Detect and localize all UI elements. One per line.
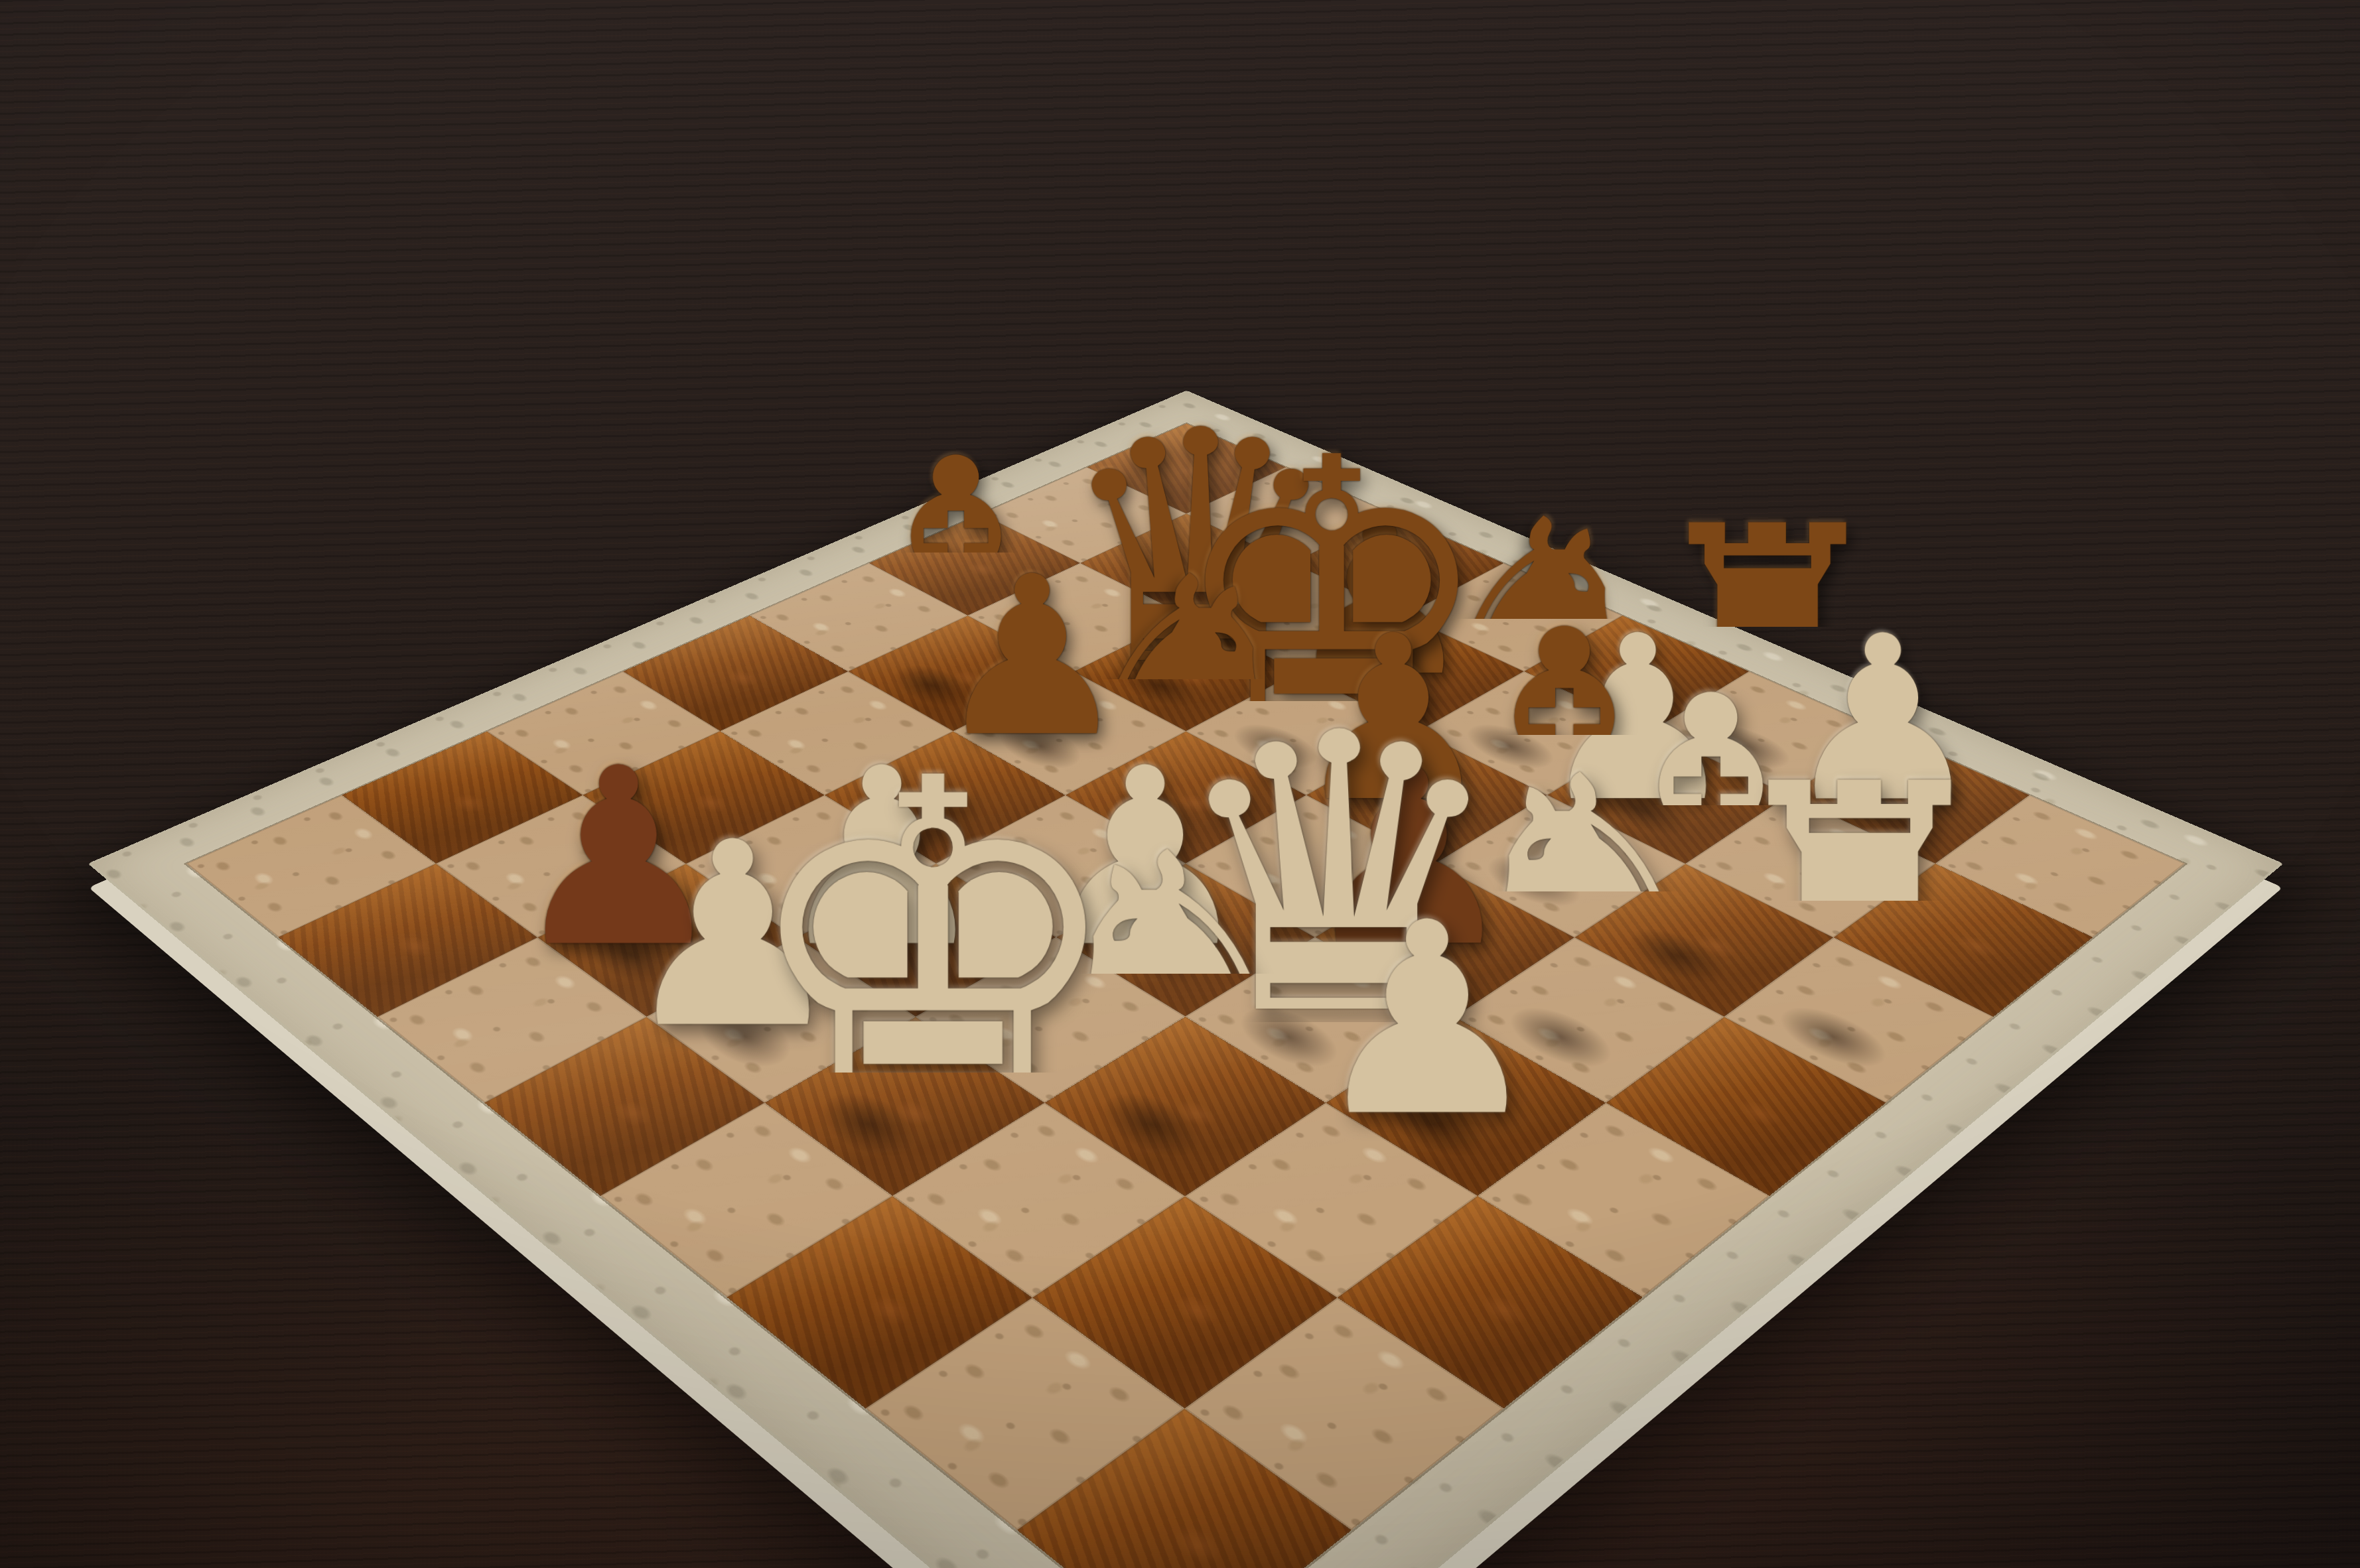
square-h6: ♜ — [1724, 937, 1994, 1102]
piece-glyph: ♜ — [1714, 755, 2005, 1053]
light-rook: ♜ — [1714, 755, 1908, 1053]
light-knight: ♞ — [1023, 822, 1225, 1142]
piece-glyph: ♟ — [1308, 898, 1546, 1142]
light-king: ♚ — [738, 741, 939, 1142]
photo-scene: ♜♟♟♞♟♛♚♟♝♝♜♝♟♞♟♞♟♛♟♟♞♟♟♚ — [0, 0, 2360, 1568]
light-pawn: ♟ — [1308, 898, 1510, 1142]
piece-glyph: ♞ — [1023, 822, 1334, 1142]
